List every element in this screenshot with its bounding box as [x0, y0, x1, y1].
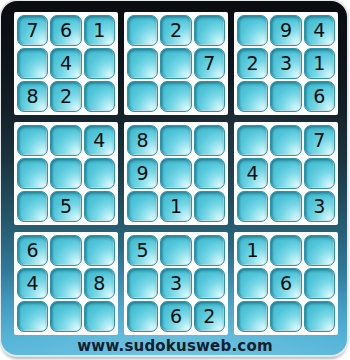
cell-r9c3[interactable] [84, 301, 115, 332]
cell-r1c2[interactable]: 6 [50, 15, 81, 46]
cell-r6c2[interactable]: 5 [50, 191, 81, 222]
cell-r2c8[interactable]: 3 [270, 48, 301, 79]
cell-r3c1[interactable]: 8 [17, 81, 48, 112]
cell-r1c9[interactable]: 4 [304, 15, 335, 46]
cell-r3c4[interactable] [127, 81, 158, 112]
cell-r9c9[interactable] [304, 301, 335, 332]
cell-r2c5[interactable] [160, 48, 191, 79]
cell-r8c9[interactable] [304, 268, 335, 299]
cell-r7c8[interactable] [270, 235, 301, 266]
site-url: www.sudokusweb.com [0, 337, 350, 355]
cell-r9c6[interactable]: 2 [194, 301, 225, 332]
cell-r8c4[interactable] [127, 268, 158, 299]
cell-r4c2[interactable] [50, 125, 81, 156]
sudoku-box-8: 5362 [124, 232, 228, 335]
cell-r2c2[interactable]: 4 [50, 48, 81, 79]
sudoku-box-4: 45 [14, 122, 118, 225]
cell-r6c1[interactable] [17, 191, 48, 222]
cell-r9c2[interactable] [50, 301, 81, 332]
cell-r1c8[interactable]: 9 [270, 15, 301, 46]
cell-r5c2[interactable] [50, 158, 81, 189]
cell-r8c7[interactable] [237, 268, 268, 299]
cell-r8c6[interactable] [194, 268, 225, 299]
cell-r9c5[interactable]: 6 [160, 301, 191, 332]
cell-r4c6[interactable] [194, 125, 225, 156]
cell-r7c3[interactable] [84, 235, 115, 266]
cell-r4c3[interactable]: 4 [84, 125, 115, 156]
cell-r4c9[interactable]: 7 [304, 125, 335, 156]
cell-r7c7[interactable]: 1 [237, 235, 268, 266]
cell-r2c6[interactable]: 7 [194, 48, 225, 79]
cell-r3c7[interactable] [237, 81, 268, 112]
cell-r6c4[interactable] [127, 191, 158, 222]
cell-r7c5[interactable] [160, 235, 191, 266]
cell-r5c5[interactable] [160, 158, 191, 189]
cell-r1c6[interactable] [194, 15, 225, 46]
cell-r3c9[interactable]: 6 [304, 81, 335, 112]
cell-r6c5[interactable]: 1 [160, 191, 191, 222]
cell-r7c2[interactable] [50, 235, 81, 266]
cell-r8c1[interactable]: 4 [17, 268, 48, 299]
cell-r1c1[interactable]: 7 [17, 15, 48, 46]
cell-r3c3[interactable] [84, 81, 115, 112]
cell-r2c9[interactable]: 1 [304, 48, 335, 79]
cell-r6c9[interactable]: 3 [304, 191, 335, 222]
cell-r7c6[interactable] [194, 235, 225, 266]
cell-r9c7[interactable] [237, 301, 268, 332]
cell-r7c1[interactable]: 6 [17, 235, 48, 266]
cell-r1c4[interactable] [127, 15, 158, 46]
cell-r9c8[interactable] [270, 301, 301, 332]
sudoku-box-3: 942316 [234, 12, 338, 115]
sudoku-box-7: 648 [14, 232, 118, 335]
cell-r8c2[interactable] [50, 268, 81, 299]
cell-r7c9[interactable] [304, 235, 335, 266]
cell-r5c7[interactable]: 4 [237, 158, 268, 189]
sudoku-board: 7614822794231645891743648536216 [14, 12, 338, 335]
cell-r9c4[interactable] [127, 301, 158, 332]
cell-r6c7[interactable] [237, 191, 268, 222]
sudoku-box-9: 16 [234, 232, 338, 335]
cell-r5c3[interactable] [84, 158, 115, 189]
cell-r4c5[interactable] [160, 125, 191, 156]
cell-r7c4[interactable]: 5 [127, 235, 158, 266]
cell-r9c1[interactable] [17, 301, 48, 332]
sudoku-screenshot: 7614822794231645891743648536216 www.sudo… [0, 0, 350, 360]
cell-r8c8[interactable]: 6 [270, 268, 301, 299]
cell-r3c5[interactable] [160, 81, 191, 112]
cell-r1c5[interactable]: 2 [160, 15, 191, 46]
cell-r4c4[interactable]: 8 [127, 125, 158, 156]
cell-r5c6[interactable] [194, 158, 225, 189]
cell-r2c7[interactable]: 2 [237, 48, 268, 79]
cell-r6c3[interactable] [84, 191, 115, 222]
sudoku-box-6: 743 [234, 122, 338, 225]
cell-r2c4[interactable] [127, 48, 158, 79]
cell-r8c5[interactable]: 3 [160, 268, 191, 299]
cell-r5c1[interactable] [17, 158, 48, 189]
sudoku-box-1: 761482 [14, 12, 118, 115]
cell-r5c4[interactable]: 9 [127, 158, 158, 189]
cell-r3c2[interactable]: 2 [50, 81, 81, 112]
cell-r4c1[interactable] [17, 125, 48, 156]
cell-r4c8[interactable] [270, 125, 301, 156]
cell-r1c7[interactable] [237, 15, 268, 46]
cell-r2c1[interactable] [17, 48, 48, 79]
sudoku-box-2: 27 [124, 12, 228, 115]
cell-r5c9[interactable] [304, 158, 335, 189]
cell-r8c3[interactable]: 8 [84, 268, 115, 299]
cell-r3c6[interactable] [194, 81, 225, 112]
cell-r5c8[interactable] [270, 158, 301, 189]
cell-r6c8[interactable] [270, 191, 301, 222]
cell-r6c6[interactable] [194, 191, 225, 222]
cell-r4c7[interactable] [237, 125, 268, 156]
cell-r2c3[interactable] [84, 48, 115, 79]
cell-r3c8[interactable] [270, 81, 301, 112]
cell-r1c3[interactable]: 1 [84, 15, 115, 46]
sudoku-box-5: 891 [124, 122, 228, 225]
